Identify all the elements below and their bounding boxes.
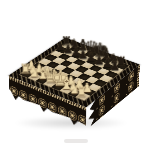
chess-box: ♜♞♝♛♚♝♞♜♟♟♟♟♟♟♟♟♟♟♟♟♟♟♟♟♜♞♝♛♚♝♞♜ (9, 38, 140, 108)
piece-white-rook[interactable]: ♜ (75, 85, 85, 99)
chess-set-photo: ♜♞♝♛♚♝♞♜♟♟♟♟♟♟♟♟♟♟♟♟♟♟♟♟♜♞♝♛♚♝♞♜ (0, 0, 150, 150)
watermark-smudge (64, 139, 88, 143)
piece-black-pawn[interactable]: ♟ (110, 60, 120, 72)
